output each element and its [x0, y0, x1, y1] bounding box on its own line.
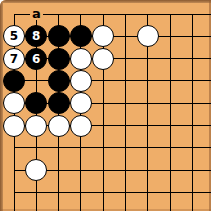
move-number-label: 5	[10, 30, 18, 42]
stone-white	[25, 159, 47, 181]
stone-white	[92, 48, 114, 70]
stone-white	[70, 70, 92, 92]
stone-black	[48, 25, 70, 47]
stone-white	[25, 115, 47, 137]
stone-white	[92, 25, 114, 47]
stone-black	[3, 70, 25, 92]
stone-black-move-6: 6	[25, 48, 47, 70]
stone-white	[70, 115, 92, 137]
stone-white	[3, 92, 25, 114]
stone-white-move-5: 5	[3, 25, 25, 47]
move-number-label: 7	[10, 53, 18, 65]
stone-black-move-8: 8	[25, 25, 47, 47]
stone-white	[3, 115, 25, 137]
stones-layer: 5876a	[3, 3, 204, 204]
stone-white	[70, 48, 92, 70]
stone-white	[70, 92, 92, 114]
stone-black	[70, 25, 92, 47]
stone-white	[137, 25, 159, 47]
stone-black	[48, 92, 70, 114]
stone-black	[48, 48, 70, 70]
move-number-label: 6	[32, 53, 40, 65]
stone-white	[48, 115, 70, 137]
go-board-diagram: 5876a	[0, 0, 211, 211]
point-label-a: a	[30, 8, 43, 20]
stone-white-move-7: 7	[3, 48, 25, 70]
stone-black	[25, 92, 47, 114]
stone-black	[48, 70, 70, 92]
move-number-label: 8	[32, 30, 40, 42]
